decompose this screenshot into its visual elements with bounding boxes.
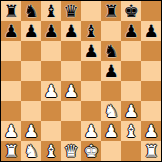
square-h6[interactable] [141, 41, 161, 61]
square-e3[interactable] [81, 101, 101, 121]
square-g7[interactable]: ♟ [121, 21, 141, 41]
piece-white-pawn: ♟ [143, 121, 158, 141]
piece-white-queen: ♛ [63, 141, 78, 161]
piece-white-rook: ♜ [143, 141, 158, 161]
chess-board: ♜♞♝♛♜♚♟♟♟♟♝♟♟♟♞♟♟♟♞♟♟♟♟♟♝♟♜♞♝♛♚♜ [1, 1, 161, 161]
square-d3[interactable] [61, 101, 81, 121]
piece-black-knight: ♞ [23, 1, 38, 21]
piece-white-pawn: ♟ [23, 121, 38, 141]
square-a6[interactable] [1, 41, 21, 61]
piece-white-pawn: ♟ [3, 121, 18, 141]
square-c1[interactable]: ♝ [41, 141, 61, 161]
square-f8[interactable]: ♜ [101, 1, 121, 21]
square-c8[interactable]: ♝ [41, 1, 61, 21]
square-a4[interactable] [1, 81, 21, 101]
piece-white-rook: ♜ [3, 141, 18, 161]
square-c6[interactable] [41, 41, 61, 61]
piece-black-knight: ♞ [103, 41, 118, 61]
square-b5[interactable] [21, 61, 41, 81]
square-a3[interactable] [1, 101, 21, 121]
square-d2[interactable] [61, 121, 81, 141]
piece-black-pawn: ♟ [3, 21, 18, 41]
square-g3[interactable]: ♟ [121, 101, 141, 121]
square-h8[interactable] [141, 1, 161, 21]
piece-white-pawn: ♟ [123, 101, 138, 121]
piece-black-pawn: ♟ [123, 21, 138, 41]
square-f3[interactable]: ♞ [101, 101, 121, 121]
square-d4[interactable]: ♟ [61, 81, 81, 101]
square-f2[interactable]: ♟ [101, 121, 121, 141]
piece-black-bishop: ♝ [43, 1, 58, 21]
piece-white-pawn: ♟ [103, 121, 118, 141]
piece-white-pawn: ♟ [63, 81, 78, 101]
square-g4[interactable] [121, 81, 141, 101]
square-f6[interactable]: ♞ [101, 41, 121, 61]
piece-black-king: ♚ [123, 1, 138, 21]
square-c7[interactable]: ♟ [41, 21, 61, 41]
square-d7[interactable]: ♟ [61, 21, 81, 41]
piece-white-king: ♚ [83, 141, 98, 161]
square-f5[interactable]: ♟ [101, 61, 121, 81]
square-e4[interactable] [81, 81, 101, 101]
square-b1[interactable]: ♞ [21, 141, 41, 161]
square-a2[interactable]: ♟ [1, 121, 21, 141]
square-h4[interactable] [141, 81, 161, 101]
square-g2[interactable]: ♝ [121, 121, 141, 141]
square-e8[interactable] [81, 1, 101, 21]
square-h1[interactable]: ♜ [141, 141, 161, 161]
square-f7[interactable] [101, 21, 121, 41]
square-b2[interactable]: ♟ [21, 121, 41, 141]
square-e5[interactable] [81, 61, 101, 81]
square-a1[interactable]: ♜ [1, 141, 21, 161]
square-h7[interactable]: ♟ [141, 21, 161, 41]
piece-black-pawn: ♟ [43, 21, 58, 41]
piece-black-pawn: ♟ [23, 21, 38, 41]
square-g8[interactable]: ♚ [121, 1, 141, 21]
piece-white-knight: ♞ [103, 101, 118, 121]
piece-black-bishop: ♝ [83, 21, 98, 41]
square-h2[interactable]: ♟ [141, 121, 161, 141]
piece-black-pawn: ♟ [143, 21, 158, 41]
piece-white-pawn: ♟ [83, 121, 98, 141]
square-f4[interactable] [101, 81, 121, 101]
square-a8[interactable]: ♜ [1, 1, 21, 21]
square-c5[interactable] [41, 61, 61, 81]
piece-white-pawn: ♟ [43, 81, 58, 101]
piece-white-bishop: ♝ [123, 121, 138, 141]
square-b3[interactable] [21, 101, 41, 121]
piece-black-pawn: ♟ [83, 41, 98, 61]
chess-board-frame: ♜♞♝♛♜♚♟♟♟♟♝♟♟♟♞♟♟♟♞♟♟♟♟♟♝♟♜♞♝♛♚♜ [0, 0, 162, 162]
piece-black-pawn: ♟ [63, 21, 78, 41]
square-h5[interactable] [141, 61, 161, 81]
square-a5[interactable] [1, 61, 21, 81]
square-g5[interactable] [121, 61, 141, 81]
square-h3[interactable] [141, 101, 161, 121]
square-b7[interactable]: ♟ [21, 21, 41, 41]
square-a7[interactable]: ♟ [1, 21, 21, 41]
square-d5[interactable] [61, 61, 81, 81]
square-e6[interactable]: ♟ [81, 41, 101, 61]
square-d8[interactable]: ♛ [61, 1, 81, 21]
piece-black-rook: ♜ [3, 1, 18, 21]
square-c4[interactable]: ♟ [41, 81, 61, 101]
square-e7[interactable]: ♝ [81, 21, 101, 41]
square-g6[interactable] [121, 41, 141, 61]
piece-white-bishop: ♝ [43, 141, 58, 161]
piece-black-queen: ♛ [63, 1, 78, 21]
square-d1[interactable]: ♛ [61, 141, 81, 161]
square-e1[interactable]: ♚ [81, 141, 101, 161]
square-b6[interactable] [21, 41, 41, 61]
square-e2[interactable]: ♟ [81, 121, 101, 141]
square-g1[interactable] [121, 141, 141, 161]
square-f1[interactable] [101, 141, 121, 161]
square-b4[interactable] [21, 81, 41, 101]
square-c2[interactable] [41, 121, 61, 141]
piece-black-rook: ♜ [103, 1, 118, 21]
square-c3[interactable] [41, 101, 61, 121]
square-b8[interactable]: ♞ [21, 1, 41, 21]
square-d6[interactable] [61, 41, 81, 61]
piece-white-knight: ♞ [23, 141, 38, 161]
piece-black-pawn: ♟ [103, 61, 118, 81]
